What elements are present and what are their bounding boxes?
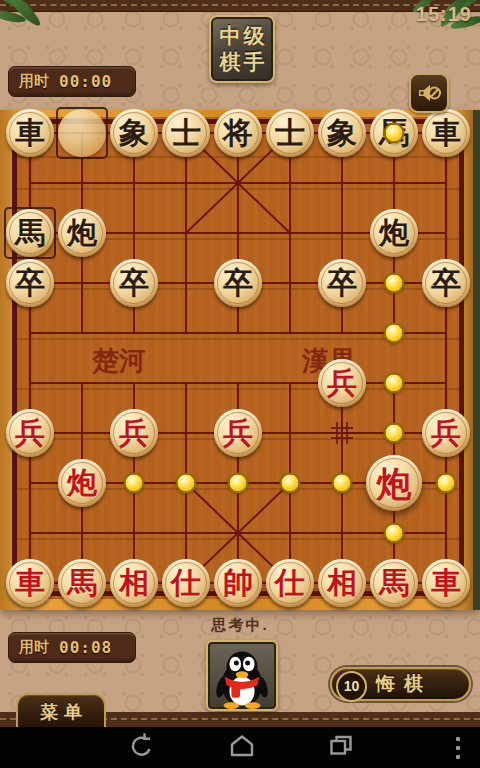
piece-character: 士 xyxy=(275,118,305,148)
piece-red-仕[interactable]: 仕 xyxy=(266,559,314,607)
opponent-timer-value: 00:00 xyxy=(59,72,112,91)
xiangqi-app-screen: 15:19 中级 棋手 用时 00:00 楚河 漢界 車象士将士象馬車馬炮炮卒卒… xyxy=(0,0,480,768)
piece-character: 馬 xyxy=(67,568,97,598)
piece-character: 象 xyxy=(327,118,357,148)
piece-character: 卒 xyxy=(327,268,357,298)
piece-red-相[interactable]: 相 xyxy=(110,559,158,607)
piece-character: 卒 xyxy=(223,268,253,298)
legal-move-dot[interactable] xyxy=(384,323,405,344)
menu-button[interactable]: 菜单 xyxy=(16,693,106,729)
player-timer-value: 00:08 xyxy=(59,638,112,657)
piece-character: 士 xyxy=(171,118,201,148)
piece-red-仕[interactable]: 仕 xyxy=(162,559,210,607)
piece-red-帥[interactable]: 帥 xyxy=(214,559,262,607)
piece-red-兵[interactable]: 兵 xyxy=(422,409,470,457)
opponent-avatar xyxy=(206,640,278,711)
legal-move-dot[interactable] xyxy=(384,423,405,444)
piece-black-炮[interactable]: 炮 xyxy=(370,209,418,257)
legal-move-dot[interactable] xyxy=(384,523,405,544)
piece-character: 相 xyxy=(327,568,357,598)
piece-character: 炮 xyxy=(379,218,409,248)
piece-red-兵[interactable]: 兵 xyxy=(110,409,158,457)
piece-black-卒[interactable]: 卒 xyxy=(318,259,366,307)
ai-level-badge-line1: 中级 xyxy=(217,23,268,49)
board-right-edge xyxy=(473,110,480,610)
piece-character: 馬 xyxy=(379,568,409,598)
undo-button-label: 悔棋 xyxy=(376,671,432,697)
piece-black-車[interactable]: 車 xyxy=(422,109,470,157)
recents-icon[interactable] xyxy=(327,732,355,760)
piece-black-車[interactable]: 車 xyxy=(6,109,54,157)
capture-target-dot[interactable] xyxy=(384,123,405,144)
home-icon[interactable] xyxy=(228,732,256,760)
piece-red-兵[interactable]: 兵 xyxy=(214,409,262,457)
piece-character: 車 xyxy=(15,118,45,148)
last-move-from-ghost-piece xyxy=(58,109,106,157)
piece-black-卒[interactable]: 卒 xyxy=(214,259,262,307)
undo-button[interactable]: 10 悔棋 xyxy=(330,667,471,701)
legal-move-dot[interactable] xyxy=(228,473,249,494)
piece-red-車[interactable]: 車 xyxy=(6,559,54,607)
piece-character: 兵 xyxy=(223,418,253,448)
piece-character: 車 xyxy=(431,568,461,598)
piece-black-将[interactable]: 将 xyxy=(214,109,262,157)
piece-red-炮[interactable]: 炮 xyxy=(58,459,106,507)
player-timer: 用时 00:08 xyxy=(8,632,136,663)
piece-black-卒[interactable]: 卒 xyxy=(422,259,470,307)
piece-red-兵[interactable]: 兵 xyxy=(6,409,54,457)
piece-character: 車 xyxy=(15,568,45,598)
piece-red-兵[interactable]: 兵 xyxy=(318,359,366,407)
piece-red-馬[interactable]: 馬 xyxy=(370,559,418,607)
piece-character: 相 xyxy=(119,568,149,598)
piece-black-象[interactable]: 象 xyxy=(110,109,158,157)
piece-character: 仕 xyxy=(171,568,201,598)
piece-black-卒[interactable]: 卒 xyxy=(110,259,158,307)
speaker-muted-icon xyxy=(416,80,442,106)
piece-red-車[interactable]: 車 xyxy=(422,559,470,607)
piece-red-馬[interactable]: 馬 xyxy=(58,559,106,607)
piece-character: 将 xyxy=(223,118,253,148)
legal-move-dot[interactable] xyxy=(436,473,457,494)
piece-black-象[interactable]: 象 xyxy=(318,109,366,157)
piece-black-卒[interactable]: 卒 xyxy=(6,259,54,307)
piece-character: 兵 xyxy=(327,368,357,398)
piece-character: 卒 xyxy=(119,268,149,298)
piece-character: 象 xyxy=(119,118,149,148)
opponent-timer: 用时 00:00 xyxy=(8,66,136,97)
selected-piece-red-炮[interactable]: 炮 xyxy=(366,455,422,511)
legal-move-dot[interactable] xyxy=(280,473,301,494)
piece-character: 炮 xyxy=(67,218,97,248)
piece-character: 車 xyxy=(431,118,461,148)
piece-character: 仕 xyxy=(275,568,305,598)
ai-level-badge-line2: 棋手 xyxy=(217,49,268,75)
piece-character: 馬 xyxy=(15,218,45,248)
piece-black-士[interactable]: 士 xyxy=(162,109,210,157)
piece-character: 兵 xyxy=(431,418,461,448)
undo-count-badge: 10 xyxy=(336,671,367,702)
piece-character: 卒 xyxy=(15,268,45,298)
legal-move-dot[interactable] xyxy=(384,373,405,394)
piece-character: 炮 xyxy=(67,468,97,498)
overflow-menu-icon[interactable] xyxy=(454,737,462,759)
piece-red-相[interactable]: 相 xyxy=(318,559,366,607)
piece-character: 卒 xyxy=(431,268,461,298)
piece-character: 炮 xyxy=(377,466,412,501)
piece-character: 兵 xyxy=(15,418,45,448)
opponent-timer-label: 用时 xyxy=(19,72,49,91)
android-nav-bar xyxy=(0,727,480,768)
piece-black-馬[interactable]: 馬 xyxy=(6,209,54,257)
legal-move-dot[interactable] xyxy=(332,473,353,494)
back-icon[interactable] xyxy=(128,732,156,760)
legal-move-dot[interactable] xyxy=(176,473,197,494)
ai-level-badge: 中级 棋手 xyxy=(209,15,275,83)
legal-move-dot[interactable] xyxy=(124,473,145,494)
river-label-left: 楚河 xyxy=(92,342,184,380)
piece-character: 兵 xyxy=(119,418,149,448)
piece-black-炮[interactable]: 炮 xyxy=(58,209,106,257)
qq-penguin-icon xyxy=(213,648,271,709)
piece-black-士[interactable]: 士 xyxy=(266,109,314,157)
top-stitched-band xyxy=(0,0,480,12)
status-bar-clock: 15:19 xyxy=(416,3,472,26)
mute-button[interactable] xyxy=(409,73,449,113)
legal-move-dot[interactable] xyxy=(384,273,405,294)
player-timer-label: 用时 xyxy=(19,638,49,657)
piece-character: 帥 xyxy=(223,568,253,598)
